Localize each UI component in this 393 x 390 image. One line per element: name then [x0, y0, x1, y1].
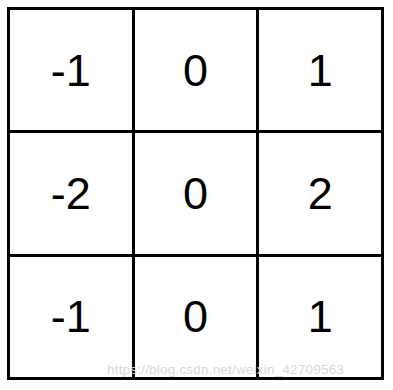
kernel-grid: -1 0 1 -2 0 2 -1 0 1: [7, 7, 384, 380]
cell-r0c2: 1: [259, 10, 381, 130]
cell-r1c2: 2: [259, 133, 381, 253]
csdn-watermark: https://blog.csdn.net/weixin_42709563: [107, 362, 344, 377]
cell-r0c1: 0: [135, 10, 257, 130]
cell-r2c0: -1: [10, 257, 132, 377]
cell-r2c1: 0: [135, 257, 257, 377]
cell-r1c0: -2: [10, 133, 132, 253]
cell-r2c2: 1: [259, 257, 381, 377]
cell-r1c1: 0: [135, 133, 257, 253]
cell-r0c0: -1: [10, 10, 132, 130]
